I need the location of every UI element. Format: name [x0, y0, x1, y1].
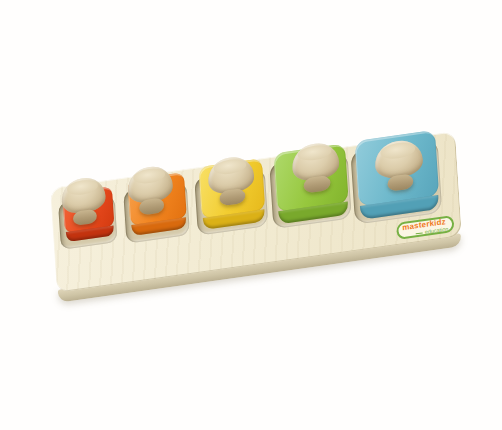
brand-label: masterkidz education	[396, 215, 455, 240]
slot-red	[58, 195, 118, 250]
brand-dash	[416, 232, 423, 234]
slot-yellow	[194, 168, 268, 236]
puzzle-board: masterkidz education	[50, 131, 463, 306]
wooden-knob-red[interactable]	[61, 175, 108, 227]
wooden-knob-orange[interactable]	[127, 164, 175, 217]
wooden-knob-yellow[interactable]	[207, 155, 256, 208]
slot-blue	[350, 139, 442, 225]
slot-orange	[123, 182, 190, 244]
product-photo: masterkidz education	[0, 0, 502, 430]
brand-sub: education	[425, 227, 449, 236]
wooden-knob-green[interactable]	[291, 141, 341, 195]
slot-green	[269, 152, 352, 229]
wooden-knob-blue[interactable]	[374, 138, 425, 194]
